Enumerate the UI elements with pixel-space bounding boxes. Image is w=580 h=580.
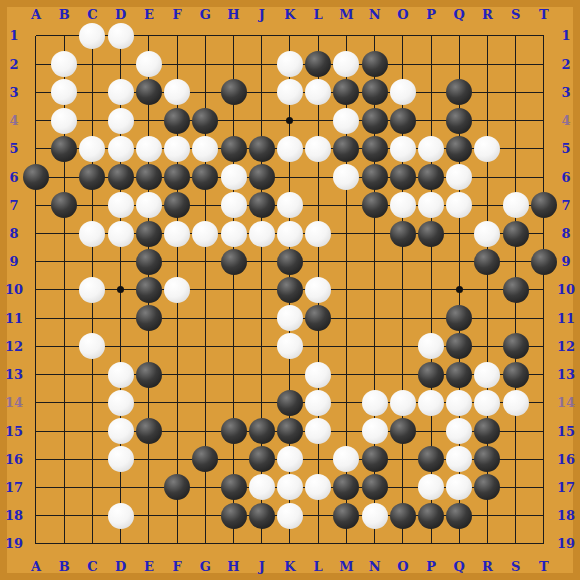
intersection-P9[interactable] xyxy=(417,248,445,276)
intersection-J11[interactable] xyxy=(248,304,276,332)
intersection-L12[interactable] xyxy=(304,332,332,360)
intersection-K2[interactable] xyxy=(276,50,304,78)
intersection-G7[interactable] xyxy=(191,191,219,219)
intersection-Q12[interactable] xyxy=(445,332,473,360)
intersection-S18[interactable] xyxy=(502,502,530,530)
intersection-K3[interactable] xyxy=(276,78,304,106)
intersection-A11[interactable] xyxy=(22,304,50,332)
intersection-O19[interactable] xyxy=(389,530,417,558)
intersection-J19[interactable] xyxy=(248,530,276,558)
intersection-B17[interactable] xyxy=(50,473,78,501)
intersection-E10[interactable] xyxy=(135,276,163,304)
intersection-F17[interactable] xyxy=(163,473,191,501)
intersection-K1[interactable] xyxy=(276,22,304,50)
intersection-A2[interactable] xyxy=(22,50,50,78)
intersection-K10[interactable] xyxy=(276,276,304,304)
intersection-A14[interactable] xyxy=(22,389,50,417)
intersection-J14[interactable] xyxy=(248,389,276,417)
intersection-O9[interactable] xyxy=(389,248,417,276)
intersection-O16[interactable] xyxy=(389,445,417,473)
intersection-L8[interactable] xyxy=(304,219,332,247)
intersection-A12[interactable] xyxy=(22,332,50,360)
intersection-N16[interactable] xyxy=(361,445,389,473)
intersection-J13[interactable] xyxy=(248,361,276,389)
intersection-E18[interactable] xyxy=(135,502,163,530)
intersection-N5[interactable] xyxy=(361,135,389,163)
intersection-Q2[interactable] xyxy=(445,50,473,78)
intersection-P11[interactable] xyxy=(417,304,445,332)
intersection-H12[interactable] xyxy=(219,332,247,360)
intersection-M12[interactable] xyxy=(332,332,360,360)
intersection-H19[interactable] xyxy=(219,530,247,558)
intersection-J2[interactable] xyxy=(248,50,276,78)
intersection-N12[interactable] xyxy=(361,332,389,360)
intersection-S19[interactable] xyxy=(502,530,530,558)
intersection-S11[interactable] xyxy=(502,304,530,332)
intersection-M14[interactable] xyxy=(332,389,360,417)
intersection-R17[interactable] xyxy=(473,473,501,501)
intersection-Q16[interactable] xyxy=(445,445,473,473)
intersection-P14[interactable] xyxy=(417,389,445,417)
intersection-G18[interactable] xyxy=(191,502,219,530)
intersection-T6[interactable] xyxy=(530,163,558,191)
intersection-J6[interactable] xyxy=(248,163,276,191)
intersection-O11[interactable] xyxy=(389,304,417,332)
intersection-T18[interactable] xyxy=(530,502,558,530)
intersection-J5[interactable] xyxy=(248,135,276,163)
intersection-T14[interactable] xyxy=(530,389,558,417)
intersection-D17[interactable] xyxy=(107,473,135,501)
intersection-M3[interactable] xyxy=(332,78,360,106)
intersection-S7[interactable] xyxy=(502,191,530,219)
intersection-D11[interactable] xyxy=(107,304,135,332)
intersection-P17[interactable] xyxy=(417,473,445,501)
intersection-A1[interactable] xyxy=(22,22,50,50)
intersection-B13[interactable] xyxy=(50,361,78,389)
intersection-M6[interactable] xyxy=(332,163,360,191)
intersection-A13[interactable] xyxy=(22,361,50,389)
intersection-M11[interactable] xyxy=(332,304,360,332)
intersection-R19[interactable] xyxy=(473,530,501,558)
intersection-N4[interactable] xyxy=(361,107,389,135)
intersection-P18[interactable] xyxy=(417,502,445,530)
intersection-H10[interactable] xyxy=(219,276,247,304)
intersection-M10[interactable] xyxy=(332,276,360,304)
intersection-H7[interactable] xyxy=(219,191,247,219)
intersection-R4[interactable] xyxy=(473,107,501,135)
intersection-G6[interactable] xyxy=(191,163,219,191)
intersection-L3[interactable] xyxy=(304,78,332,106)
intersection-P13[interactable] xyxy=(417,361,445,389)
intersection-J17[interactable] xyxy=(248,473,276,501)
intersection-H14[interactable] xyxy=(219,389,247,417)
intersection-S6[interactable] xyxy=(502,163,530,191)
intersection-T1[interactable] xyxy=(530,22,558,50)
intersection-T4[interactable] xyxy=(530,107,558,135)
intersection-Q14[interactable] xyxy=(445,389,473,417)
intersection-F10[interactable] xyxy=(163,276,191,304)
intersection-G14[interactable] xyxy=(191,389,219,417)
intersection-O12[interactable] xyxy=(389,332,417,360)
intersection-L6[interactable] xyxy=(304,163,332,191)
intersection-F6[interactable] xyxy=(163,163,191,191)
intersection-K8[interactable] xyxy=(276,219,304,247)
intersection-F14[interactable] xyxy=(163,389,191,417)
intersection-R16[interactable] xyxy=(473,445,501,473)
intersection-G13[interactable] xyxy=(191,361,219,389)
intersection-S1[interactable] xyxy=(502,22,530,50)
intersection-N8[interactable] xyxy=(361,219,389,247)
intersection-N2[interactable] xyxy=(361,50,389,78)
intersection-S16[interactable] xyxy=(502,445,530,473)
intersection-G15[interactable] xyxy=(191,417,219,445)
intersection-J9[interactable] xyxy=(248,248,276,276)
intersection-K15[interactable] xyxy=(276,417,304,445)
intersection-P1[interactable] xyxy=(417,22,445,50)
intersection-E14[interactable] xyxy=(135,389,163,417)
intersection-N1[interactable] xyxy=(361,22,389,50)
intersection-S5[interactable] xyxy=(502,135,530,163)
intersection-P2[interactable] xyxy=(417,50,445,78)
intersection-E15[interactable] xyxy=(135,417,163,445)
intersection-N3[interactable] xyxy=(361,78,389,106)
intersection-J12[interactable] xyxy=(248,332,276,360)
intersection-P3[interactable] xyxy=(417,78,445,106)
intersection-S15[interactable] xyxy=(502,417,530,445)
intersection-H2[interactable] xyxy=(219,50,247,78)
intersection-A18[interactable] xyxy=(22,502,50,530)
intersection-C17[interactable] xyxy=(78,473,106,501)
intersection-N15[interactable] xyxy=(361,417,389,445)
intersection-Q10[interactable] xyxy=(445,276,473,304)
intersection-D13[interactable] xyxy=(107,361,135,389)
intersection-H6[interactable] xyxy=(219,163,247,191)
intersection-P8[interactable] xyxy=(417,219,445,247)
intersection-R5[interactable] xyxy=(473,135,501,163)
intersection-D4[interactable] xyxy=(107,107,135,135)
intersection-K18[interactable] xyxy=(276,502,304,530)
intersection-E5[interactable] xyxy=(135,135,163,163)
intersection-R13[interactable] xyxy=(473,361,501,389)
intersection-F19[interactable] xyxy=(163,530,191,558)
intersection-D15[interactable] xyxy=(107,417,135,445)
intersection-R6[interactable] xyxy=(473,163,501,191)
intersection-C9[interactable] xyxy=(78,248,106,276)
intersection-C5[interactable] xyxy=(78,135,106,163)
intersection-J16[interactable] xyxy=(248,445,276,473)
intersection-L9[interactable] xyxy=(304,248,332,276)
intersection-G4[interactable] xyxy=(191,107,219,135)
intersection-G5[interactable] xyxy=(191,135,219,163)
intersection-C3[interactable] xyxy=(78,78,106,106)
intersection-Q4[interactable] xyxy=(445,107,473,135)
intersection-M2[interactable] xyxy=(332,50,360,78)
intersection-L14[interactable] xyxy=(304,389,332,417)
intersection-A3[interactable] xyxy=(22,78,50,106)
intersection-K16[interactable] xyxy=(276,445,304,473)
intersection-C2[interactable] xyxy=(78,50,106,78)
intersection-Q8[interactable] xyxy=(445,219,473,247)
intersection-P12[interactable] xyxy=(417,332,445,360)
intersection-R2[interactable] xyxy=(473,50,501,78)
intersection-P10[interactable] xyxy=(417,276,445,304)
intersection-F3[interactable] xyxy=(163,78,191,106)
intersection-T7[interactable] xyxy=(530,191,558,219)
intersection-N17[interactable] xyxy=(361,473,389,501)
intersection-O2[interactable] xyxy=(389,50,417,78)
intersection-S17[interactable] xyxy=(502,473,530,501)
intersection-L2[interactable] xyxy=(304,50,332,78)
intersection-A4[interactable] xyxy=(22,107,50,135)
intersection-G16[interactable] xyxy=(191,445,219,473)
intersection-L7[interactable] xyxy=(304,191,332,219)
intersection-H17[interactable] xyxy=(219,473,247,501)
intersection-R15[interactable] xyxy=(473,417,501,445)
intersection-K4[interactable] xyxy=(276,107,304,135)
intersection-O14[interactable] xyxy=(389,389,417,417)
intersection-C7[interactable] xyxy=(78,191,106,219)
intersection-H18[interactable] xyxy=(219,502,247,530)
intersection-F13[interactable] xyxy=(163,361,191,389)
intersection-E4[interactable] xyxy=(135,107,163,135)
intersection-A10[interactable] xyxy=(22,276,50,304)
intersection-R11[interactable] xyxy=(473,304,501,332)
intersection-F9[interactable] xyxy=(163,248,191,276)
intersection-E3[interactable] xyxy=(135,78,163,106)
intersection-H1[interactable] xyxy=(219,22,247,50)
intersection-A16[interactable] xyxy=(22,445,50,473)
intersection-O18[interactable] xyxy=(389,502,417,530)
intersection-O1[interactable] xyxy=(389,22,417,50)
intersection-S2[interactable] xyxy=(502,50,530,78)
intersection-M13[interactable] xyxy=(332,361,360,389)
intersection-S10[interactable] xyxy=(502,276,530,304)
intersection-E7[interactable] xyxy=(135,191,163,219)
intersection-N9[interactable] xyxy=(361,248,389,276)
intersection-F1[interactable] xyxy=(163,22,191,50)
intersection-Q11[interactable] xyxy=(445,304,473,332)
intersection-R9[interactable] xyxy=(473,248,501,276)
intersection-A6[interactable] xyxy=(22,163,50,191)
intersection-A15[interactable] xyxy=(22,417,50,445)
intersection-E19[interactable] xyxy=(135,530,163,558)
intersection-O10[interactable] xyxy=(389,276,417,304)
intersection-E6[interactable] xyxy=(135,163,163,191)
intersection-B14[interactable] xyxy=(50,389,78,417)
intersection-M15[interactable] xyxy=(332,417,360,445)
intersection-C4[interactable] xyxy=(78,107,106,135)
intersection-F15[interactable] xyxy=(163,417,191,445)
intersection-G9[interactable] xyxy=(191,248,219,276)
intersection-Q7[interactable] xyxy=(445,191,473,219)
intersection-T11[interactable] xyxy=(530,304,558,332)
intersection-Q6[interactable] xyxy=(445,163,473,191)
intersection-Q1[interactable] xyxy=(445,22,473,50)
intersection-B9[interactable] xyxy=(50,248,78,276)
intersection-O4[interactable] xyxy=(389,107,417,135)
intersection-M1[interactable] xyxy=(332,22,360,50)
intersection-O5[interactable] xyxy=(389,135,417,163)
intersection-L11[interactable] xyxy=(304,304,332,332)
intersection-D16[interactable] xyxy=(107,445,135,473)
intersection-P7[interactable] xyxy=(417,191,445,219)
intersection-J15[interactable] xyxy=(248,417,276,445)
intersection-C14[interactable] xyxy=(78,389,106,417)
intersection-D9[interactable] xyxy=(107,248,135,276)
intersection-O17[interactable] xyxy=(389,473,417,501)
intersection-S14[interactable] xyxy=(502,389,530,417)
intersection-S9[interactable] xyxy=(502,248,530,276)
intersection-H8[interactable] xyxy=(219,219,247,247)
intersection-E17[interactable] xyxy=(135,473,163,501)
intersection-R8[interactable] xyxy=(473,219,501,247)
intersection-B3[interactable] xyxy=(50,78,78,106)
intersection-M19[interactable] xyxy=(332,530,360,558)
intersection-H15[interactable] xyxy=(219,417,247,445)
intersection-B6[interactable] xyxy=(50,163,78,191)
intersection-E8[interactable] xyxy=(135,219,163,247)
intersection-G8[interactable] xyxy=(191,219,219,247)
intersection-T9[interactable] xyxy=(530,248,558,276)
intersection-T17[interactable] xyxy=(530,473,558,501)
intersection-T15[interactable] xyxy=(530,417,558,445)
intersection-R7[interactable] xyxy=(473,191,501,219)
intersection-D12[interactable] xyxy=(107,332,135,360)
intersection-N13[interactable] xyxy=(361,361,389,389)
intersection-N7[interactable] xyxy=(361,191,389,219)
intersection-D19[interactable] xyxy=(107,530,135,558)
intersection-P15[interactable] xyxy=(417,417,445,445)
intersection-M16[interactable] xyxy=(332,445,360,473)
intersection-G3[interactable] xyxy=(191,78,219,106)
intersection-B8[interactable] xyxy=(50,219,78,247)
intersection-G2[interactable] xyxy=(191,50,219,78)
intersection-P16[interactable] xyxy=(417,445,445,473)
intersection-F4[interactable] xyxy=(163,107,191,135)
intersection-E2[interactable] xyxy=(135,50,163,78)
intersection-F8[interactable] xyxy=(163,219,191,247)
intersection-O7[interactable] xyxy=(389,191,417,219)
intersection-L5[interactable] xyxy=(304,135,332,163)
intersection-P4[interactable] xyxy=(417,107,445,135)
intersection-M5[interactable] xyxy=(332,135,360,163)
intersection-D2[interactable] xyxy=(107,50,135,78)
intersection-C1[interactable] xyxy=(78,22,106,50)
intersection-B19[interactable] xyxy=(50,530,78,558)
intersection-Q17[interactable] xyxy=(445,473,473,501)
intersection-G11[interactable] xyxy=(191,304,219,332)
intersection-K13[interactable] xyxy=(276,361,304,389)
intersection-S4[interactable] xyxy=(502,107,530,135)
intersection-A8[interactable] xyxy=(22,219,50,247)
intersection-H5[interactable] xyxy=(219,135,247,163)
intersection-G17[interactable] xyxy=(191,473,219,501)
intersection-N19[interactable] xyxy=(361,530,389,558)
intersection-T16[interactable] xyxy=(530,445,558,473)
intersection-A5[interactable] xyxy=(22,135,50,163)
intersection-B2[interactable] xyxy=(50,50,78,78)
intersection-J10[interactable] xyxy=(248,276,276,304)
intersection-K17[interactable] xyxy=(276,473,304,501)
intersection-A9[interactable] xyxy=(22,248,50,276)
intersection-M4[interactable] xyxy=(332,107,360,135)
intersection-C6[interactable] xyxy=(78,163,106,191)
intersection-T2[interactable] xyxy=(530,50,558,78)
intersection-C10[interactable] xyxy=(78,276,106,304)
intersection-G1[interactable] xyxy=(191,22,219,50)
intersection-D14[interactable] xyxy=(107,389,135,417)
intersection-Q15[interactable] xyxy=(445,417,473,445)
intersection-K6[interactable] xyxy=(276,163,304,191)
intersection-Q13[interactable] xyxy=(445,361,473,389)
intersection-L4[interactable] xyxy=(304,107,332,135)
intersection-C8[interactable] xyxy=(78,219,106,247)
intersection-K14[interactable] xyxy=(276,389,304,417)
intersection-Q5[interactable] xyxy=(445,135,473,163)
intersection-B15[interactable] xyxy=(50,417,78,445)
intersection-N18[interactable] xyxy=(361,502,389,530)
intersection-P6[interactable] xyxy=(417,163,445,191)
intersection-C13[interactable] xyxy=(78,361,106,389)
intersection-L13[interactable] xyxy=(304,361,332,389)
intersection-R18[interactable] xyxy=(473,502,501,530)
intersection-H11[interactable] xyxy=(219,304,247,332)
intersection-K12[interactable] xyxy=(276,332,304,360)
intersection-J3[interactable] xyxy=(248,78,276,106)
intersection-C15[interactable] xyxy=(78,417,106,445)
intersection-M8[interactable] xyxy=(332,219,360,247)
intersection-S8[interactable] xyxy=(502,219,530,247)
intersection-E9[interactable] xyxy=(135,248,163,276)
intersection-B10[interactable] xyxy=(50,276,78,304)
intersection-E12[interactable] xyxy=(135,332,163,360)
intersection-R12[interactable] xyxy=(473,332,501,360)
intersection-T10[interactable] xyxy=(530,276,558,304)
intersection-B4[interactable] xyxy=(50,107,78,135)
intersection-C18[interactable] xyxy=(78,502,106,530)
intersection-G12[interactable] xyxy=(191,332,219,360)
intersection-K19[interactable] xyxy=(276,530,304,558)
intersection-J7[interactable] xyxy=(248,191,276,219)
intersection-H9[interactable] xyxy=(219,248,247,276)
intersection-K9[interactable] xyxy=(276,248,304,276)
intersection-H13[interactable] xyxy=(219,361,247,389)
intersection-R3[interactable] xyxy=(473,78,501,106)
intersection-F5[interactable] xyxy=(163,135,191,163)
intersection-Q3[interactable] xyxy=(445,78,473,106)
intersection-E13[interactable] xyxy=(135,361,163,389)
intersection-C19[interactable] xyxy=(78,530,106,558)
intersection-D5[interactable] xyxy=(107,135,135,163)
intersection-T12[interactable] xyxy=(530,332,558,360)
intersection-K11[interactable] xyxy=(276,304,304,332)
intersection-K7[interactable] xyxy=(276,191,304,219)
intersection-F11[interactable] xyxy=(163,304,191,332)
intersection-J8[interactable] xyxy=(248,219,276,247)
intersection-T5[interactable] xyxy=(530,135,558,163)
intersection-A17[interactable] xyxy=(22,473,50,501)
intersection-M17[interactable] xyxy=(332,473,360,501)
intersection-B5[interactable] xyxy=(50,135,78,163)
intersection-L18[interactable] xyxy=(304,502,332,530)
intersection-D3[interactable] xyxy=(107,78,135,106)
intersection-E16[interactable] xyxy=(135,445,163,473)
intersection-L17[interactable] xyxy=(304,473,332,501)
intersection-O15[interactable] xyxy=(389,417,417,445)
intersection-R10[interactable] xyxy=(473,276,501,304)
intersection-Q19[interactable] xyxy=(445,530,473,558)
intersection-P5[interactable] xyxy=(417,135,445,163)
